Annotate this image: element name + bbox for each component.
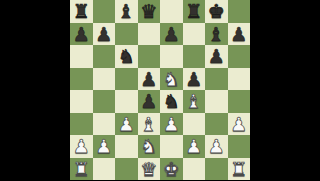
square-h3[interactable]: ♟ (228, 113, 251, 136)
square-g6[interactable]: ♟ (205, 45, 228, 68)
white-knight[interactable]: ♞ (163, 68, 180, 90)
square-g8[interactable]: ♚ (205, 0, 228, 23)
square-b2[interactable]: ♟ (93, 135, 116, 158)
square-c4[interactable] (115, 90, 138, 113)
square-e1[interactable]: ♚ (160, 158, 183, 181)
square-d5[interactable]: ♟ (138, 68, 161, 91)
square-c1[interactable] (115, 158, 138, 181)
square-c8[interactable]: ♝ (115, 0, 138, 23)
white-pawn[interactable]: ♟ (163, 113, 180, 135)
letterbox-left (0, 0, 70, 180)
square-f6[interactable] (183, 45, 206, 68)
white-bishop[interactable]: ♝ (185, 90, 202, 112)
square-e2[interactable] (160, 135, 183, 158)
black-pawn[interactable]: ♟ (140, 90, 157, 112)
white-king[interactable]: ♚ (163, 158, 180, 180)
black-knight[interactable]: ♞ (163, 90, 180, 112)
square-a3[interactable] (70, 113, 93, 136)
white-pawn[interactable]: ♟ (230, 113, 247, 135)
chess-board: ♜♝♛♜♚♟♟♟♝♟♞♟♟♞♟♟♞♝♟♝♟♟♟♟♞♟♟♜♛♚♜ (70, 0, 250, 180)
square-a6[interactable] (70, 45, 93, 68)
square-d8[interactable]: ♛ (138, 0, 161, 23)
square-d7[interactable] (138, 23, 161, 46)
square-g4[interactable] (205, 90, 228, 113)
black-rook[interactable]: ♜ (185, 0, 202, 22)
white-pawn[interactable]: ♟ (73, 135, 90, 157)
black-knight[interactable]: ♞ (118, 45, 135, 67)
square-f2[interactable]: ♟ (183, 135, 206, 158)
square-a5[interactable] (70, 68, 93, 91)
square-h8[interactable] (228, 0, 251, 23)
square-f7[interactable] (183, 23, 206, 46)
black-pawn[interactable]: ♟ (185, 68, 202, 90)
square-f5[interactable]: ♟ (183, 68, 206, 91)
square-h1[interactable]: ♜ (228, 158, 251, 181)
square-d1[interactable]: ♛ (138, 158, 161, 181)
square-h7[interactable]: ♟ (228, 23, 251, 46)
square-b4[interactable] (93, 90, 116, 113)
black-pawn[interactable]: ♟ (163, 23, 180, 45)
square-b3[interactable] (93, 113, 116, 136)
square-g1[interactable] (205, 158, 228, 181)
square-g5[interactable] (205, 68, 228, 91)
black-pawn[interactable]: ♟ (140, 68, 157, 90)
black-king[interactable]: ♚ (208, 0, 225, 22)
square-g3[interactable] (205, 113, 228, 136)
black-queen[interactable]: ♛ (140, 0, 157, 22)
black-bishop[interactable]: ♝ (118, 0, 135, 22)
white-bishop[interactable]: ♝ (140, 113, 157, 135)
square-f4[interactable]: ♝ (183, 90, 206, 113)
square-e7[interactable]: ♟ (160, 23, 183, 46)
white-knight[interactable]: ♞ (140, 135, 157, 157)
black-pawn[interactable]: ♟ (95, 23, 112, 45)
square-e6[interactable] (160, 45, 183, 68)
screenshot-canvas: ♜♝♛♜♚♟♟♟♝♟♞♟♟♞♟♟♞♝♟♝♟♟♟♟♞♟♟♜♛♚♜ (0, 0, 320, 180)
white-rook[interactable]: ♜ (230, 158, 247, 180)
square-b8[interactable] (93, 0, 116, 23)
square-h6[interactable] (228, 45, 251, 68)
square-h5[interactable] (228, 68, 251, 91)
square-f1[interactable] (183, 158, 206, 181)
square-g2[interactable]: ♟ (205, 135, 228, 158)
letterbox-right (250, 0, 320, 180)
square-b6[interactable] (93, 45, 116, 68)
black-rook[interactable]: ♜ (73, 0, 90, 22)
square-c6[interactable]: ♞ (115, 45, 138, 68)
white-pawn[interactable]: ♟ (208, 135, 225, 157)
square-f8[interactable]: ♜ (183, 0, 206, 23)
square-d2[interactable]: ♞ (138, 135, 161, 158)
square-g7[interactable]: ♝ (205, 23, 228, 46)
black-pawn[interactable]: ♟ (230, 23, 247, 45)
square-a7[interactable]: ♟ (70, 23, 93, 46)
square-b1[interactable] (93, 158, 116, 181)
white-pawn[interactable]: ♟ (95, 135, 112, 157)
square-b5[interactable] (93, 68, 116, 91)
square-f3[interactable] (183, 113, 206, 136)
square-e5[interactable]: ♞ (160, 68, 183, 91)
square-c5[interactable] (115, 68, 138, 91)
black-pawn[interactable]: ♟ (208, 45, 225, 67)
square-d4[interactable]: ♟ (138, 90, 161, 113)
white-pawn[interactable]: ♟ (118, 113, 135, 135)
square-c3[interactable]: ♟ (115, 113, 138, 136)
square-a2[interactable]: ♟ (70, 135, 93, 158)
square-d3[interactable]: ♝ (138, 113, 161, 136)
black-pawn[interactable]: ♟ (73, 23, 90, 45)
square-e8[interactable] (160, 0, 183, 23)
square-c2[interactable] (115, 135, 138, 158)
square-a1[interactable]: ♜ (70, 158, 93, 181)
square-e4[interactable]: ♞ (160, 90, 183, 113)
square-a8[interactable]: ♜ (70, 0, 93, 23)
white-pawn[interactable]: ♟ (185, 135, 202, 157)
square-b7[interactable]: ♟ (93, 23, 116, 46)
black-bishop[interactable]: ♝ (208, 23, 225, 45)
square-a4[interactable] (70, 90, 93, 113)
square-d6[interactable] (138, 45, 161, 68)
square-h4[interactable] (228, 90, 251, 113)
square-c7[interactable] (115, 23, 138, 46)
square-e3[interactable]: ♟ (160, 113, 183, 136)
square-h2[interactable] (228, 135, 251, 158)
white-queen[interactable]: ♛ (140, 158, 157, 180)
white-rook[interactable]: ♜ (73, 158, 90, 180)
